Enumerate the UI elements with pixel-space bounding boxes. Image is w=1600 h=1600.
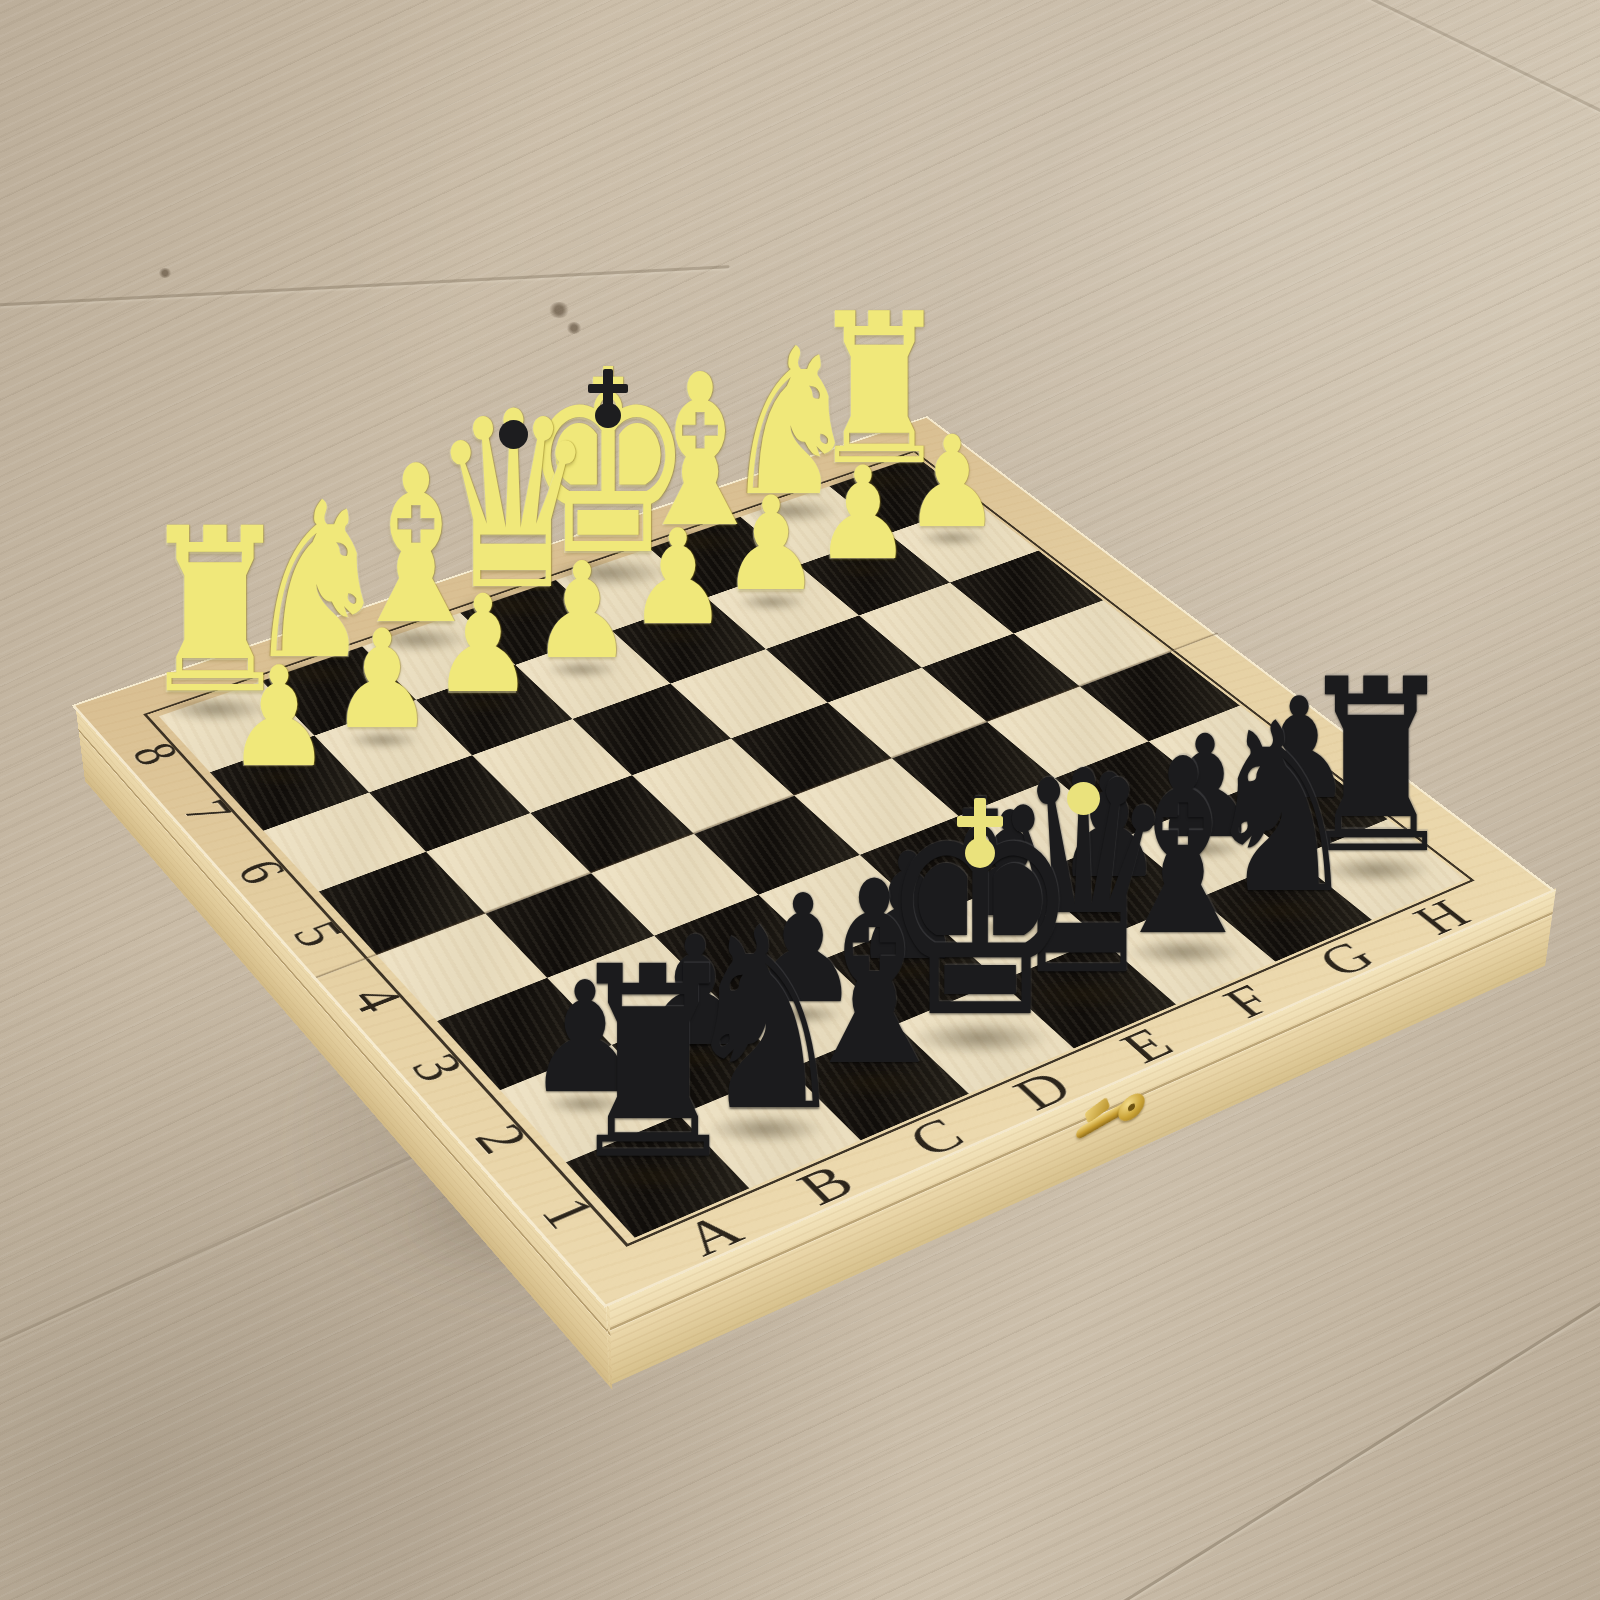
playing-field — [159, 456, 1466, 1237]
square-h1 — [1295, 819, 1467, 920]
floor-plank-seam — [1311, 0, 1600, 155]
square-b2 — [612, 1001, 789, 1115]
square-a4 — [377, 913, 547, 1021]
square-b1 — [679, 1069, 861, 1188]
brass-latch — [1075, 1078, 1153, 1158]
square-c1 — [789, 1025, 969, 1141]
square-a1 — [566, 1115, 750, 1238]
square-a5 — [319, 852, 485, 955]
square-a2 — [500, 1045, 679, 1162]
wood-knot — [158, 268, 172, 278]
square-c3 — [654, 895, 825, 1001]
rank-label-8: 8 — [117, 736, 194, 773]
square-e2 — [928, 876, 1100, 981]
square-e3 — [860, 816, 1028, 917]
square-c4 — [591, 834, 758, 936]
square-f2 — [1028, 837, 1199, 939]
floor-plank-seam — [0, 265, 730, 308]
floor-plank-seam — [0, 1136, 456, 1367]
rank-label-6: 6 — [222, 852, 302, 892]
square-d1 — [896, 981, 1074, 1094]
square-b5 — [426, 813, 591, 913]
square-g1 — [1199, 858, 1372, 962]
square-g2 — [1125, 799, 1294, 898]
king-cross-finial — [588, 369, 628, 409]
king-orb-finial — [595, 403, 621, 429]
square-f1 — [1101, 898, 1276, 1005]
photo-scene: { "game": "chess", "scene": { "descripti… — [0, 0, 1600, 1600]
wood-knot — [548, 302, 570, 318]
square-e1 — [1000, 939, 1177, 1048]
square-a3 — [437, 978, 612, 1090]
square-b4 — [485, 873, 654, 978]
wood-knot — [566, 322, 582, 334]
square-b3 — [547, 936, 720, 1045]
queen-ball-finial — [499, 420, 528, 449]
square-d2 — [826, 917, 1000, 1025]
board-top-face: 8A7B6C5D4E3F2G1H — [71, 416, 1555, 1308]
square-d4 — [694, 796, 860, 895]
square-c2 — [720, 958, 896, 1069]
square-a6 — [263, 793, 426, 892]
floor-plank-seam — [1082, 1255, 1600, 1600]
square-d3 — [758, 855, 928, 958]
